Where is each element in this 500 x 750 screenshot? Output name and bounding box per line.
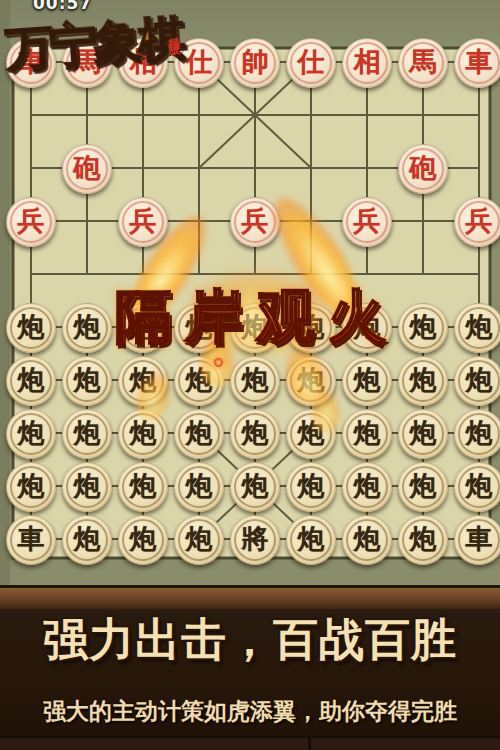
board-cell-r7c4[interactable]: 炮: [227, 407, 283, 460]
board-cell-r2c0[interactable]: [3, 142, 59, 195]
board-cell-r7c7[interactable]: 炮: [395, 407, 451, 460]
piece-glyph: 炮: [466, 419, 493, 446]
piece-glyph: 炮: [130, 366, 157, 393]
game-logo: 万宁象棋: [5, 14, 184, 73]
board-cell-r1c1[interactable]: [59, 89, 115, 142]
piece-glyph: 兵: [130, 207, 157, 234]
board-cell-r7c8[interactable]: 炮: [451, 407, 500, 460]
piece-glyph: 炮: [410, 419, 437, 446]
board-cell-r8c3[interactable]: 炮: [171, 460, 227, 513]
piece-black-r9c2[interactable]: 炮: [118, 515, 168, 565]
piece-glyph: 馬: [410, 48, 437, 75]
board-cell-r2c3[interactable]: [171, 142, 227, 195]
piece-black-r9c6[interactable]: 炮: [342, 515, 392, 565]
piece-glyph: 炮: [242, 472, 269, 499]
piece-glyph: 炮: [130, 419, 157, 446]
piece-glyph: 炮: [18, 419, 45, 446]
board-cell-r3c6[interactable]: 兵: [339, 195, 395, 248]
board-cell-r1c2[interactable]: [115, 89, 171, 142]
piece-black-r7c0[interactable]: 炮: [6, 409, 56, 459]
piece-red-r0c4[interactable]: 帥: [230, 38, 280, 88]
board-cell-r9c6[interactable]: 炮: [339, 513, 395, 566]
piece-glyph: 炮: [74, 472, 101, 499]
board-cell-r7c1[interactable]: 炮: [59, 407, 115, 460]
board-cell-r7c0[interactable]: 炮: [3, 407, 59, 460]
piece-glyph: 炮: [242, 419, 269, 446]
board-cell-r8c0[interactable]: 炮: [3, 460, 59, 513]
piece-black-r9c8[interactable]: 車: [454, 515, 500, 565]
board-cell-r9c2[interactable]: 炮: [115, 513, 171, 566]
piece-black-r8c5[interactable]: 炮: [286, 462, 336, 512]
piece-black-r9c0[interactable]: 車: [6, 515, 56, 565]
board-cell-r3c5[interactable]: [283, 195, 339, 248]
piece-black-r6c6[interactable]: 炮: [342, 356, 392, 406]
piece-black-r8c6[interactable]: 炮: [342, 462, 392, 512]
board-cell-r9c4[interactable]: 將: [227, 513, 283, 566]
piece-black-r9c3[interactable]: 炮: [174, 515, 224, 565]
board-cell-r1c8[interactable]: [451, 89, 500, 142]
piece-glyph: 炮: [354, 366, 381, 393]
piece-glyph: 仕: [298, 48, 325, 75]
piece-glyph: 砲: [410, 154, 437, 181]
piece-glyph: 車: [466, 525, 493, 552]
board-cell-r3c4[interactable]: 兵: [227, 195, 283, 248]
board-cell-r6c0[interactable]: 炮: [3, 354, 59, 407]
piece-black-r7c2[interactable]: 炮: [118, 409, 168, 459]
piece-glyph: 車: [466, 48, 493, 75]
board-cell-r9c1[interactable]: 炮: [59, 513, 115, 566]
piece-black-r8c2[interactable]: 炮: [118, 462, 168, 512]
piece-glyph: 炮: [354, 472, 381, 499]
board-cell-r3c7[interactable]: [395, 195, 451, 248]
piece-glyph: 炮: [130, 472, 157, 499]
piece-glyph: 兵: [354, 207, 381, 234]
board-cell-r6c2[interactable]: 炮: [115, 354, 171, 407]
piece-glyph: 炮: [186, 525, 213, 552]
board-cell-r2c1[interactable]: 砲: [59, 142, 115, 195]
piece-black-r9c4[interactable]: 將: [230, 515, 280, 565]
piece-black-r6c4[interactable]: 炮: [230, 356, 280, 406]
board-ledge: [0, 585, 500, 610]
board-cell-r9c5[interactable]: 炮: [283, 513, 339, 566]
piece-red-r0c8[interactable]: 車: [454, 38, 500, 88]
piece-red-r3c4[interactable]: 兵: [230, 197, 280, 247]
piece-red-r3c6[interactable]: 兵: [342, 197, 392, 247]
piece-glyph: 炮: [410, 525, 437, 552]
board-cell-r2c5[interactable]: [283, 142, 339, 195]
piece-glyph: 炮: [298, 419, 325, 446]
board-cell-r8c5[interactable]: 炮: [283, 460, 339, 513]
piece-black-r8c0[interactable]: 炮: [6, 462, 56, 512]
board-cell-r2c2[interactable]: [115, 142, 171, 195]
board-cell-r6c4[interactable]: 炮: [227, 354, 283, 407]
board-cell-r1c3[interactable]: [171, 89, 227, 142]
board-cell-r7c5[interactable]: 炮: [283, 407, 339, 460]
piece-black-r9c1[interactable]: 炮: [62, 515, 112, 565]
piece-black-r7c4[interactable]: 炮: [230, 409, 280, 459]
board-cell-r7c6[interactable]: 炮: [339, 407, 395, 460]
piece-black-r6c1[interactable]: 炮: [62, 356, 112, 406]
footer-seam: [0, 736, 500, 750]
piece-glyph: 炮: [410, 472, 437, 499]
piece-glyph: 炮: [298, 366, 325, 393]
piece-glyph: 車: [18, 525, 45, 552]
board-cell-r1c4[interactable]: [227, 89, 283, 142]
board-cell-r8c8[interactable]: 炮: [451, 460, 500, 513]
board-cell-r0c6[interactable]: 相: [339, 36, 395, 89]
board-cell-r2c6[interactable]: [339, 142, 395, 195]
board-cell-r8c6[interactable]: 炮: [339, 460, 395, 513]
piece-black-r7c1[interactable]: 炮: [62, 409, 112, 459]
piece-black-r6c2[interactable]: 炮: [118, 356, 168, 406]
piece-black-r8c1[interactable]: 炮: [62, 462, 112, 512]
piece-glyph: 炮: [74, 366, 101, 393]
piece-glyph: 炮: [466, 472, 493, 499]
piece-glyph: 炮: [354, 525, 381, 552]
board-cell-r0c7[interactable]: 馬: [395, 36, 451, 89]
piece-glyph: 炮: [130, 525, 157, 552]
piece-glyph: 炮: [298, 472, 325, 499]
board-cell-r0c8[interactable]: 車: [451, 36, 500, 89]
piece-red-r3c0[interactable]: 兵: [6, 197, 56, 247]
piece-red-r3c2[interactable]: 兵: [118, 197, 168, 247]
footer-subline: 强大的主动计策如虎添翼，助你夺得完胜: [0, 699, 500, 722]
piece-red-r0c6[interactable]: 相: [342, 38, 392, 88]
piece-glyph: 炮: [186, 472, 213, 499]
board-cell-r8c1[interactable]: 炮: [59, 460, 115, 513]
board-cell-r1c5[interactable]: [283, 89, 339, 142]
piece-glyph: 炮: [186, 366, 213, 393]
board-cell-r0c4[interactable]: 帥: [227, 36, 283, 89]
game-screen: 車馬相仕帥仕相馬車砲砲兵兵兵兵兵炮炮炮炮炮炮炮炮炮炮炮炮炮炮炮炮炮炮炮炮炮炮炮炮…: [0, 0, 500, 750]
piece-black-r9c7[interactable]: 炮: [398, 515, 448, 565]
piece-glyph: 帥: [242, 48, 269, 75]
board-cell-r6c8[interactable]: 炮: [451, 354, 500, 407]
piece-glyph: 炮: [74, 419, 101, 446]
piece-black-r7c6[interactable]: 炮: [342, 409, 392, 459]
piece-red-r3c8[interactable]: 兵: [454, 197, 500, 247]
board-cell-r0c5[interactable]: 仕: [283, 36, 339, 89]
board-cell-r3c2[interactable]: 兵: [115, 195, 171, 248]
piece-glyph: 炮: [186, 419, 213, 446]
board-cell-r3c1[interactable]: [59, 195, 115, 248]
piece-black-r6c8[interactable]: 炮: [454, 356, 500, 406]
board-cell-r2c4[interactable]: [227, 142, 283, 195]
piece-glyph: 相: [354, 48, 381, 75]
board-cell-r6c7[interactable]: 炮: [395, 354, 451, 407]
piece-glyph: 炮: [18, 366, 45, 393]
piece-red-r2c1[interactable]: 砲: [62, 144, 112, 194]
board-cell-r1c0[interactable]: [3, 89, 59, 142]
board-cell-r8c2[interactable]: 炮: [115, 460, 171, 513]
piece-glyph: 炮: [410, 366, 437, 393]
piece-red-r0c7[interactable]: 馬: [398, 38, 448, 88]
piece-black-r8c4[interactable]: 炮: [230, 462, 280, 512]
logo-edition-label: 精华版: [164, 26, 182, 36]
board-cell-r8c7[interactable]: 炮: [395, 460, 451, 513]
piece-black-r8c3[interactable]: 炮: [174, 462, 224, 512]
board-cell-r8c4[interactable]: 炮: [227, 460, 283, 513]
piece-black-r6c0[interactable]: 炮: [6, 356, 56, 406]
board-cell-r1c6[interactable]: [339, 89, 395, 142]
piece-black-r7c8[interactable]: 炮: [454, 409, 500, 459]
board-cell-r3c3[interactable]: [171, 195, 227, 248]
game-timer: 00:57: [33, 0, 92, 13]
piece-glyph: 炮: [74, 525, 101, 552]
piece-glyph: 炮: [466, 366, 493, 393]
piece-black-r8c8[interactable]: 炮: [454, 462, 500, 512]
piece-black-r6c3[interactable]: 炮: [174, 356, 224, 406]
piece-red-r0c5[interactable]: 仕: [286, 38, 336, 88]
board-cell-r6c1[interactable]: 炮: [59, 354, 115, 407]
board-cell-r6c5[interactable]: 炮: [283, 354, 339, 407]
piece-glyph: 兵: [466, 207, 493, 234]
board-cell-r7c3[interactable]: 炮: [171, 407, 227, 460]
piece-glyph: 仕: [186, 48, 213, 75]
piece-glyph: 炮: [18, 472, 45, 499]
piece-glyph: 兵: [18, 207, 45, 234]
piece-black-r6c7[interactable]: 炮: [398, 356, 448, 406]
board-cell-r2c7[interactable]: 砲: [395, 142, 451, 195]
board-cell-r3c0[interactable]: 兵: [3, 195, 59, 248]
piece-black-r7c5[interactable]: 炮: [286, 409, 336, 459]
piece-glyph: 炮: [242, 366, 269, 393]
board-cell-r6c3[interactable]: 炮: [171, 354, 227, 407]
board-cell-r7c2[interactable]: 炮: [115, 407, 171, 460]
piece-glyph: 兵: [242, 207, 269, 234]
footer-panel: 强力出击，百战百胜 强大的主动计策如虎添翼，助你夺得完胜: [0, 585, 500, 750]
board-cell-r9c8[interactable]: 車: [451, 513, 500, 566]
stratagem-banner: 隔岸观火: [0, 287, 500, 344]
piece-black-r7c7[interactable]: 炮: [398, 409, 448, 459]
piece-black-r7c3[interactable]: 炮: [174, 409, 224, 459]
board-cell-r9c3[interactable]: 炮: [171, 513, 227, 566]
piece-glyph: 炮: [298, 525, 325, 552]
piece-black-r9c5[interactable]: 炮: [286, 515, 336, 565]
board-cell-r2c8[interactable]: [451, 142, 500, 195]
piece-black-r6c5[interactable]: 炮: [286, 356, 336, 406]
footer-headline: 强力出击，百战百胜: [0, 615, 500, 665]
piece-glyph: 將: [242, 525, 269, 552]
board-cell-r9c7[interactable]: 炮: [395, 513, 451, 566]
board-cell-r1c7[interactable]: [395, 89, 451, 142]
board-cell-r6c6[interactable]: 炮: [339, 354, 395, 407]
piece-glyph: 砲: [74, 154, 101, 181]
piece-glyph: 炮: [354, 419, 381, 446]
board-cell-r3c8[interactable]: 兵: [451, 195, 500, 248]
piece-black-r8c7[interactable]: 炮: [398, 462, 448, 512]
piece-red-r2c7[interactable]: 砲: [398, 144, 448, 194]
board-cell-r9c0[interactable]: 車: [3, 513, 59, 566]
